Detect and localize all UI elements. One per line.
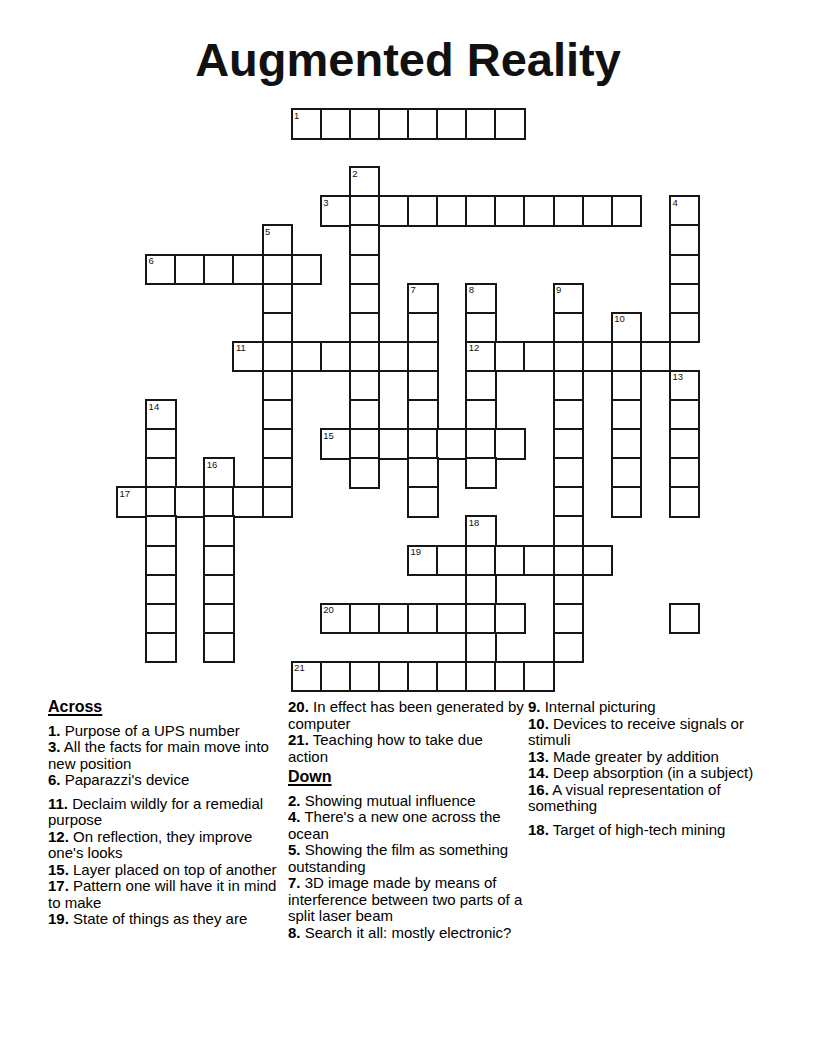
grid-cell[interactable]: 16 [203,457,235,489]
grid-cell[interactable] [465,428,497,460]
grid-cell[interactable] [291,341,323,373]
grid-cell[interactable] [553,457,585,489]
grid-cell[interactable] [349,283,381,315]
cell-number: 19 [411,547,422,557]
grid-cell[interactable] [349,224,381,256]
clue-item: 20. In effect has been generated by comp… [288,699,524,732]
grid-cell[interactable] [262,370,294,402]
grid-cell[interactable] [232,254,264,286]
grid-cell[interactable] [611,195,643,227]
grid-cell[interactable]: 19 [407,545,439,577]
grid-cell[interactable]: 21 [291,661,323,693]
grid-cell[interactable] [494,603,526,635]
clue-number: 5. [288,841,301,858]
clue-number: 10. [528,715,549,732]
clue-number: 9. [528,698,541,715]
grid-cell[interactable] [349,457,381,489]
grid-cell[interactable] [553,370,585,402]
clue-number: 19. [48,910,69,927]
grid-cell[interactable] [465,370,497,402]
cell-number: 14 [149,402,160,412]
cell-number: 6 [149,256,154,266]
cell-number: 16 [207,460,218,470]
grid-cell[interactable] [203,545,235,577]
grid-cell[interactable] [465,603,497,635]
grid-cell[interactable] [174,254,206,286]
grid-cell[interactable] [553,399,585,431]
grid-cell[interactable] [523,545,555,577]
clue-item: 14. Deep absorption (in a subject) [528,765,764,782]
grid-cell[interactable] [436,603,468,635]
grid-cell[interactable] [145,457,177,489]
grid-cell[interactable] [669,457,701,489]
grid-cell[interactable] [494,195,526,227]
grid-cell[interactable] [669,486,701,518]
cell-number: 12 [469,343,480,353]
grid-cell[interactable] [494,428,526,460]
grid-cell[interactable] [523,195,555,227]
cell-number: 9 [556,285,561,295]
grid-cell[interactable] [669,312,701,344]
grid-cell[interactable]: 3 [320,195,352,227]
grid-cell[interactable] [669,428,701,460]
cell-number: 21 [294,663,305,673]
clue-number: 12. [48,828,69,845]
grid-cell[interactable] [669,603,701,635]
clue-item: 11. Declaim wildly for a remedial purpos… [48,796,284,829]
grid-cell[interactable]: 10 [611,312,643,344]
cell-number: 4 [672,198,677,208]
grid-cell[interactable] [349,370,381,402]
grid-cell[interactable] [465,545,497,577]
crossword-grid: 123456789101112131415161718192021 [116,108,701,693]
grid-cell[interactable] [407,195,439,227]
grid-cell[interactable] [320,108,352,140]
grid-cell[interactable] [203,603,235,635]
grid-cell[interactable] [465,399,497,431]
cell-number: 20 [323,605,334,615]
clue-item: 4. There's a new one across the ocean [288,809,524,842]
grid-cell[interactable]: 8 [465,283,497,315]
clue-item: 16. A visual representation of something [528,782,764,815]
grid-cell[interactable] [349,254,381,286]
across-heading: Across [48,699,284,716]
grid-cell[interactable] [465,457,497,489]
clue-item: 19. State of things as they are [48,911,284,928]
puzzle-title: Augmented Reality [0,34,816,86]
grid-cell[interactable] [407,312,439,344]
grid-cell[interactable] [465,195,497,227]
cell-number: 11 [236,343,246,353]
grid-cell[interactable] [349,661,381,693]
grid-cell[interactable] [465,632,497,664]
clue-number: 11. [48,795,68,812]
clue-item: 1. Purpose of a UPS number [48,723,284,740]
grid-cell[interactable] [553,632,585,664]
clue-item: 21. Teaching how to take due action [288,732,524,765]
grid-cell[interactable] [553,545,585,577]
clue-item: 7. 3D image made by means of interferenc… [288,875,524,925]
clue-number: 4. [288,808,301,825]
clue-number: 1. [48,722,61,739]
grid-cell[interactable] [407,457,439,489]
grid-cell[interactable] [465,108,497,140]
grid-cell[interactable] [553,574,585,606]
cell-number: 15 [323,431,334,441]
grid-cell[interactable] [349,603,381,635]
grid-cell[interactable] [349,341,381,373]
grid-cell[interactable]: 4 [669,195,701,227]
grid-cell[interactable] [436,661,468,693]
clue-item: 13. Made greater by addition [528,749,764,766]
grid-cell[interactable] [320,341,352,373]
cell-number: 3 [323,198,328,208]
grid-cell[interactable] [203,574,235,606]
grid-cell[interactable] [262,486,294,518]
grid-cell[interactable] [262,254,294,286]
clues-column-middle: 20. In effect has been generated by comp… [288,699,524,941]
grid-cell[interactable] [291,254,323,286]
clues-column-across: Across1. Purpose of a UPS number3. All t… [48,699,284,928]
grid-cell[interactable]: 7 [407,283,439,315]
clue-item: 8. Search it all: mostly electronic? [288,925,524,942]
grid-cell[interactable] [262,457,294,489]
grid-cell[interactable] [145,428,177,460]
clue-number: 2. [288,792,301,809]
grid-cell[interactable] [436,108,468,140]
grid-cell[interactable] [465,661,497,693]
grid-cell[interactable] [262,341,294,373]
grid-cell[interactable]: 20 [320,603,352,635]
grid-cell[interactable] [582,195,614,227]
grid-cell[interactable] [145,632,177,664]
clue-item: 6. Paparazzi's device [48,772,284,789]
grid-cell[interactable] [262,399,294,431]
clue-number: 3. [48,738,61,755]
cell-number: 2 [352,169,357,179]
grid-cell[interactable] [553,515,585,547]
clue-number: 21. [288,731,309,748]
grid-cell[interactable] [523,661,555,693]
clue-number: 6. [48,771,61,788]
grid-cell[interactable] [407,486,439,518]
clue-number: 16. [528,781,549,798]
clue-item: 3. All the facts for main move into new … [48,739,284,772]
clue-number: 17. [48,877,69,894]
clue-item: 5. Showing the film as something outstan… [288,842,524,875]
grid-cell[interactable] [378,603,410,635]
clue-number: 7. [288,874,301,891]
clue-number: 14. [528,764,549,781]
clue-number: 8. [288,924,301,941]
grid-cell[interactable] [349,399,381,431]
grid-cell[interactable] [669,399,701,431]
grid-cell[interactable] [553,486,585,518]
grid-cell[interactable]: 9 [553,283,585,315]
cell-number: 5 [265,227,270,237]
grid-cell[interactable] [232,486,264,518]
grid-cell[interactable] [553,428,585,460]
grid-cell[interactable] [349,428,381,460]
grid-cell[interactable] [203,632,235,664]
cell-number: 8 [469,285,474,295]
clue-item: 15. Layer placed on top of another [48,862,284,879]
clue-item: 9. Internal picturing [528,699,764,716]
grid-cell[interactable]: 1 [291,108,323,140]
clue-number: 18. [528,821,549,838]
grid-cell[interactable] [669,224,701,256]
grid-cell[interactable]: 13 [669,370,701,402]
grid-cell[interactable] [174,486,206,518]
clue-number: 20. [288,698,309,715]
grid-cell[interactable] [262,428,294,460]
grid-cell[interactable] [523,341,555,373]
grid-cell[interactable] [669,254,701,286]
grid-cell[interactable] [145,603,177,635]
grid-cell[interactable] [611,370,643,402]
clue-number: 13. [528,748,549,765]
grid-cell[interactable] [553,195,585,227]
grid-cell[interactable]: 6 [145,254,177,286]
grid-cell[interactable] [378,428,410,460]
grid-cell[interactable] [494,661,526,693]
clues-column-down: 9. Internal picturing10. Devices to rece… [528,699,764,838]
grid-cell[interactable] [349,195,381,227]
down-heading: Down [288,769,524,786]
grid-cell[interactable] [553,312,585,344]
grid-cell[interactable] [262,312,294,344]
grid-cell[interactable]: 18 [465,515,497,547]
grid-cell[interactable] [145,545,177,577]
grid-cell[interactable] [407,341,439,373]
clue-item: 10. Devices to receive signals or stimul… [528,716,764,749]
grid-cell[interactable] [203,515,235,547]
clue-item: 2. Showing mutual influence [288,793,524,810]
grid-cell[interactable] [349,108,381,140]
clue-item: 17. Pattern one will have it in mind to … [48,878,284,911]
cell-number: 1 [294,111,299,121]
grid-cell[interactable] [436,195,468,227]
grid-cell[interactable] [378,341,410,373]
grid-cell[interactable] [553,603,585,635]
clue-number: 15. [48,861,69,878]
grid-cell[interactable]: 11 [232,341,264,373]
grid-cell[interactable] [203,254,235,286]
grid-cell[interactable] [320,661,352,693]
grid-cell[interactable] [611,341,643,373]
grid-cell[interactable] [407,661,439,693]
grid-cell[interactable] [611,428,643,460]
grid-cell[interactable] [349,312,381,344]
grid-cell[interactable] [407,428,439,460]
cell-number: 17 [120,489,131,499]
grid-cell[interactable] [407,370,439,402]
grid-cell[interactable] [494,108,526,140]
grid-cell[interactable] [407,603,439,635]
grid-cell[interactable] [436,428,468,460]
grid-cell[interactable] [145,515,177,547]
grid-cell[interactable] [378,108,410,140]
grid-cell[interactable] [640,341,672,373]
grid-cell[interactable] [582,545,614,577]
grid-cell[interactable] [611,457,643,489]
grid-cell[interactable] [145,486,177,518]
grid-cell[interactable]: 5 [262,224,294,256]
grid-cell[interactable] [494,341,526,373]
cell-number: 13 [672,372,683,382]
grid-cell[interactable] [378,195,410,227]
grid-cell[interactable]: 17 [116,486,148,518]
grid-cell[interactable] [407,108,439,140]
grid-cell[interactable] [407,399,439,431]
grid-cell[interactable] [669,283,701,315]
cell-number: 10 [614,314,625,324]
grid-cell[interactable]: 15 [320,428,352,460]
grid-cell[interactable] [465,574,497,606]
grid-cell[interactable] [494,545,526,577]
grid-cell[interactable] [203,486,235,518]
clue-item: 18. Target of high-tech mining [528,822,764,839]
grid-cell[interactable]: 14 [145,399,177,431]
clue-item: 12. On reflection, they improve one's lo… [48,829,284,862]
cell-number: 7 [411,285,416,295]
cell-number: 18 [469,518,480,528]
grid-cell[interactable] [553,341,585,373]
grid-cell[interactable] [465,312,497,344]
grid-cell[interactable] [436,545,468,577]
grid-cell[interactable] [378,661,410,693]
grid-cell[interactable] [611,486,643,518]
grid-cell[interactable] [582,341,614,373]
grid-cell[interactable] [611,399,643,431]
grid-cell[interactable] [145,574,177,606]
grid-cell[interactable]: 2 [349,166,381,198]
grid-cell[interactable] [262,283,294,315]
grid-cell[interactable]: 12 [465,341,497,373]
